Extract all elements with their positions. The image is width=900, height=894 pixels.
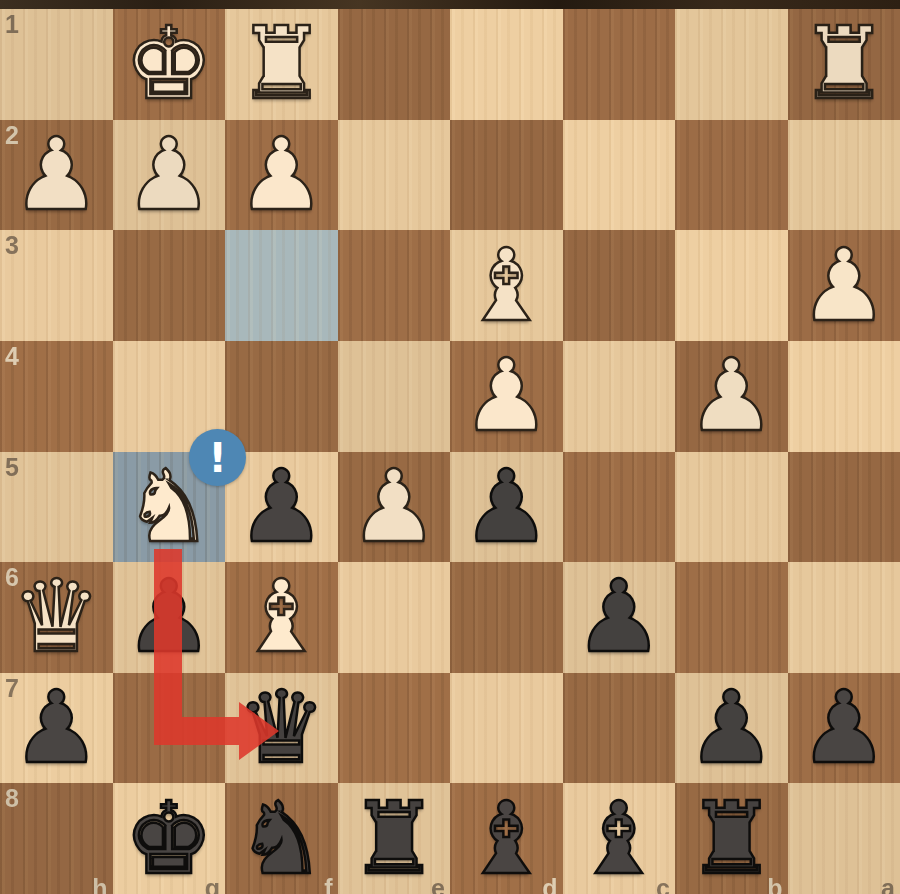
white-bishop[interactable]: ♝	[450, 230, 563, 341]
square-d1[interactable]	[450, 9, 563, 120]
square-g7[interactable]	[113, 673, 226, 784]
white-pawn[interactable]: ♟	[788, 230, 900, 341]
black-queen[interactable]: ♛	[225, 673, 338, 784]
black-knight[interactable]: ♞	[225, 783, 338, 894]
square-h5[interactable]: 5	[0, 452, 113, 563]
great-move-symbol: !	[208, 435, 226, 481]
black-pawn[interactable]: ♟	[450, 452, 563, 563]
white-queen[interactable]: ♛	[0, 562, 113, 673]
rank-label-3: 3	[5, 233, 19, 258]
chess-analysis-view: { "game": "chess", "view": { "orientatio…	[0, 0, 900, 894]
square-d7[interactable]	[450, 673, 563, 784]
square-c4[interactable]	[563, 341, 676, 452]
square-d3[interactable]: ♝	[450, 230, 563, 341]
square-d8[interactable]: d♝	[450, 783, 563, 894]
white-rook[interactable]: ♜	[225, 9, 338, 120]
square-h7[interactable]: 7♟	[0, 673, 113, 784]
square-b6[interactable]	[675, 562, 788, 673]
square-e1[interactable]	[338, 9, 451, 120]
black-pawn[interactable]: ♟	[113, 562, 226, 673]
rank-label-5: 5	[5, 455, 19, 480]
black-bishop[interactable]: ♝	[563, 783, 676, 894]
square-a4[interactable]	[788, 341, 900, 452]
square-f4[interactable]	[225, 341, 338, 452]
square-g1[interactable]: ♚	[113, 9, 226, 120]
white-pawn[interactable]: ♟	[225, 120, 338, 231]
square-e3[interactable]	[338, 230, 451, 341]
square-b7[interactable]: ♟	[675, 673, 788, 784]
square-c3[interactable]	[563, 230, 676, 341]
white-pawn[interactable]: ♟	[0, 120, 113, 231]
square-f3[interactable]	[225, 230, 338, 341]
white-pawn[interactable]: ♟	[338, 452, 451, 563]
square-c2[interactable]	[563, 120, 676, 231]
square-e5[interactable]: ♟	[338, 452, 451, 563]
black-rook[interactable]: ♜	[338, 783, 451, 894]
square-c1[interactable]	[563, 9, 676, 120]
black-rook[interactable]: ♜	[675, 783, 788, 894]
board-top-edge	[0, 0, 900, 9]
square-g2[interactable]: ♟	[113, 120, 226, 231]
square-e7[interactable]	[338, 673, 451, 784]
chess-board[interactable]: 1♚♜♜2♟♟♟3♝♟4♟♟5♞♟♟♟6♛♟♝♟7♟♛♟♟8hg♚f♞e♜d♝c…	[0, 9, 900, 894]
square-d5[interactable]: ♟	[450, 452, 563, 563]
black-pawn[interactable]: ♟	[788, 673, 900, 784]
square-a1[interactable]: ♜	[788, 9, 900, 120]
square-e4[interactable]	[338, 341, 451, 452]
square-a7[interactable]: ♟	[788, 673, 900, 784]
square-g6[interactable]: ♟	[113, 562, 226, 673]
square-a5[interactable]	[788, 452, 900, 563]
white-king[interactable]: ♚	[113, 9, 226, 120]
square-a6[interactable]	[788, 562, 900, 673]
square-h1[interactable]: 1	[0, 9, 113, 120]
square-c5[interactable]	[563, 452, 676, 563]
square-b4[interactable]: ♟	[675, 341, 788, 452]
square-a2[interactable]	[788, 120, 900, 231]
file-label-a: a	[881, 876, 895, 894]
black-pawn[interactable]: ♟	[0, 673, 113, 784]
rank-label-1: 1	[5, 12, 19, 37]
square-f8[interactable]: f♞	[225, 783, 338, 894]
black-pawn[interactable]: ♟	[563, 562, 676, 673]
square-f2[interactable]: ♟	[225, 120, 338, 231]
rank-label-4: 4	[5, 344, 19, 369]
square-h6[interactable]: 6♛	[0, 562, 113, 673]
white-rook[interactable]: ♜	[788, 9, 900, 120]
square-b8[interactable]: b♜	[675, 783, 788, 894]
square-c8[interactable]: c♝	[563, 783, 676, 894]
file-label-h: h	[92, 876, 107, 894]
square-d2[interactable]	[450, 120, 563, 231]
square-e8[interactable]: e♜	[338, 783, 451, 894]
square-f1[interactable]: ♜	[225, 9, 338, 120]
black-pawn[interactable]: ♟	[675, 673, 788, 784]
black-bishop[interactable]: ♝	[450, 783, 563, 894]
square-h8[interactable]: 8h	[0, 783, 113, 894]
square-h2[interactable]: 2♟	[0, 120, 113, 231]
square-b5[interactable]	[675, 452, 788, 563]
white-pawn[interactable]: ♟	[675, 341, 788, 452]
white-bishop[interactable]: ♝	[225, 562, 338, 673]
white-pawn[interactable]: ♟	[450, 341, 563, 452]
square-e6[interactable]	[338, 562, 451, 673]
square-f7[interactable]: ♛	[225, 673, 338, 784]
square-a3[interactable]: ♟	[788, 230, 900, 341]
square-b3[interactable]	[675, 230, 788, 341]
square-c7[interactable]	[563, 673, 676, 784]
square-g8[interactable]: g♚	[113, 783, 226, 894]
square-h3[interactable]: 3	[0, 230, 113, 341]
white-pawn[interactable]: ♟	[113, 120, 226, 231]
square-g3[interactable]	[113, 230, 226, 341]
square-c6[interactable]: ♟	[563, 562, 676, 673]
square-b2[interactable]	[675, 120, 788, 231]
square-f6[interactable]: ♝	[225, 562, 338, 673]
square-d4[interactable]: ♟	[450, 341, 563, 452]
square-a8[interactable]: a	[788, 783, 900, 894]
great-move-badge: !	[189, 429, 246, 486]
square-e2[interactable]	[338, 120, 451, 231]
black-king[interactable]: ♚	[113, 783, 226, 894]
square-b1[interactable]	[675, 9, 788, 120]
square-d6[interactable]	[450, 562, 563, 673]
rank-label-8: 8	[5, 786, 19, 811]
square-h4[interactable]: 4	[0, 341, 113, 452]
